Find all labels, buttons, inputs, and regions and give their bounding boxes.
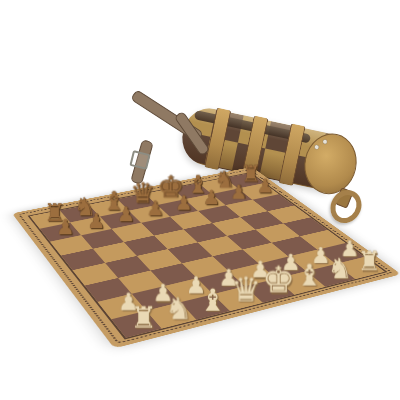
tube-strap-band-3 xyxy=(278,123,305,186)
rivet-icon xyxy=(314,145,319,150)
black-queen: ♛ xyxy=(127,179,158,207)
strap-buckle xyxy=(129,150,150,170)
black-king: ♚ xyxy=(155,171,185,201)
white-rook: ♜ xyxy=(352,248,387,275)
tube-end-cap xyxy=(299,129,363,199)
black-knight: ♞ xyxy=(69,194,101,219)
square-h3 xyxy=(300,230,346,250)
tube-strap-band-1 xyxy=(204,107,231,170)
white-pawn: ♟ xyxy=(332,238,366,260)
carry-loop xyxy=(324,184,367,228)
rivet-icon xyxy=(323,139,328,144)
product-photo: ♜♞♝♛♚♝♞♜♟♟♟♟♟♟♟♟♟♟♟♟♟♟♟♟♜♞♝♛♚♝♞♜ xyxy=(0,0,400,400)
